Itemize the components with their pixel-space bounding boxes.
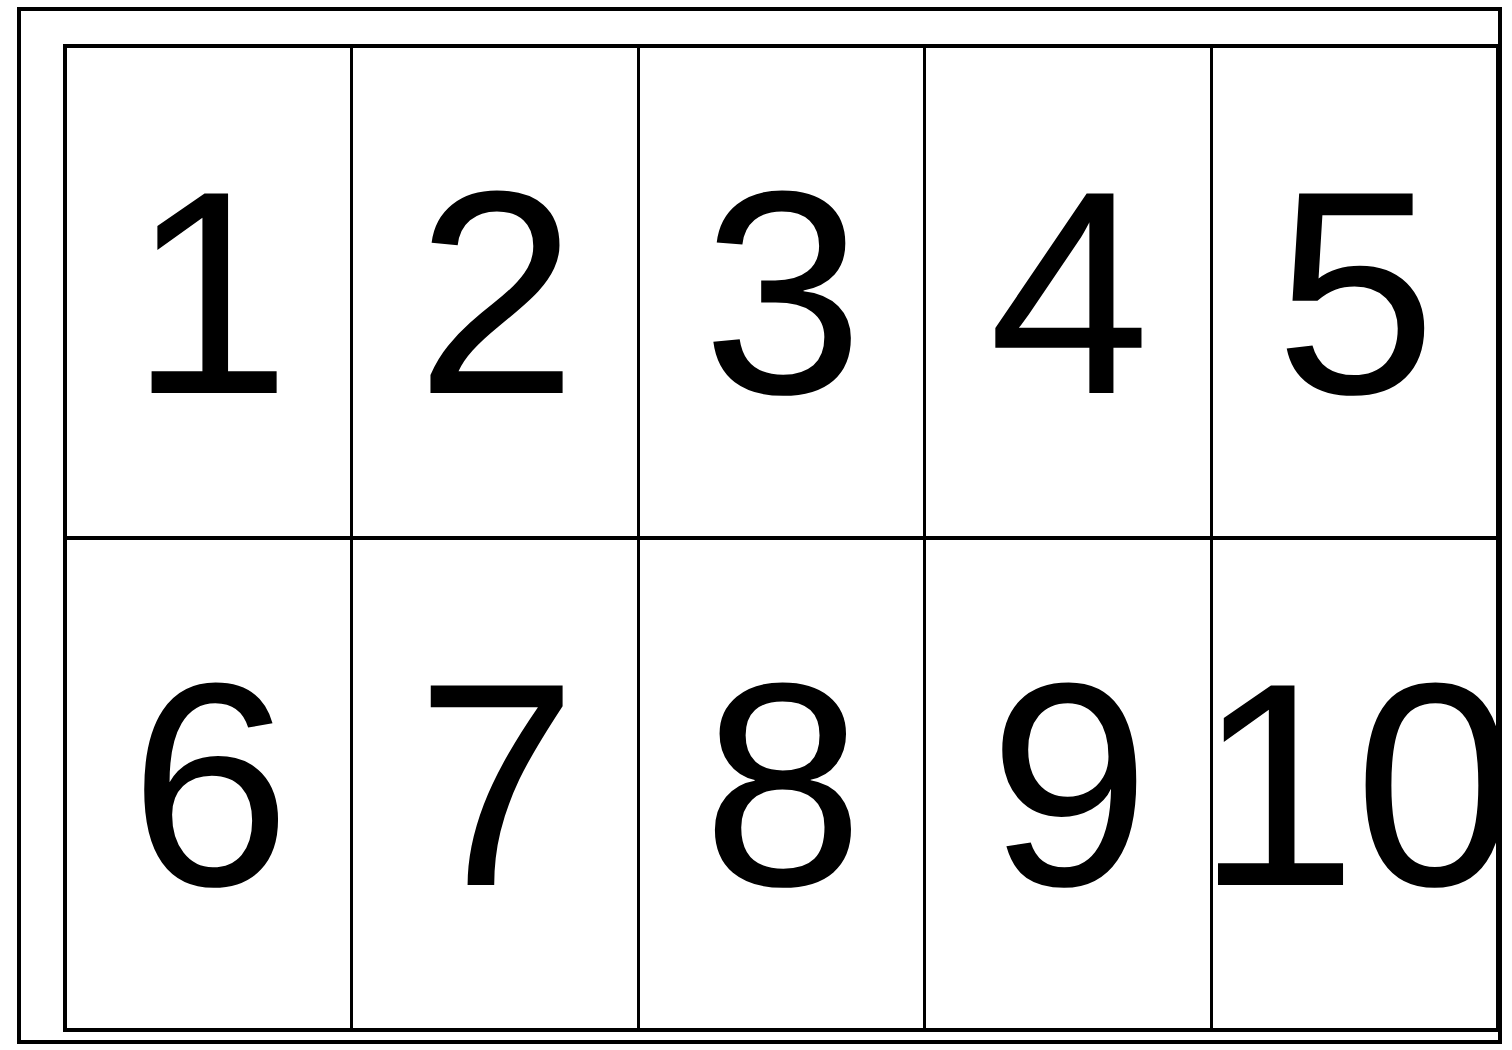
page-border: 1 2 3 4 5 6 7 8 9 10 bbox=[17, 7, 1502, 1044]
number-grid: 1 2 3 4 5 6 7 8 9 10 bbox=[63, 44, 1500, 1032]
cell-8: 8 bbox=[640, 540, 923, 1028]
cell-1: 1 bbox=[67, 48, 350, 536]
cell-9: 9 bbox=[926, 540, 1209, 1028]
cell-2: 2 bbox=[353, 48, 636, 536]
cell-6: 6 bbox=[67, 540, 350, 1028]
cell-4: 4 bbox=[926, 48, 1209, 536]
cell-5: 5 bbox=[1213, 48, 1496, 536]
cell-10: 10 bbox=[1213, 540, 1496, 1028]
cell-3: 3 bbox=[640, 48, 923, 536]
cell-7: 7 bbox=[353, 540, 636, 1028]
